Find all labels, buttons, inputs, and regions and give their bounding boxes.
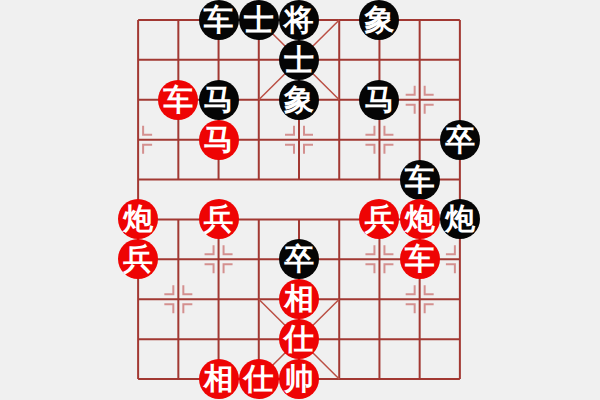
point-r9c7[interactable]	[400, 359, 440, 399]
point-r9c5[interactable]	[319, 359, 359, 399]
point-r6c4[interactable]: 卒	[279, 239, 319, 279]
piece-red-advisor[interactable]: 仕	[279, 319, 319, 359]
point-r8c4[interactable]: 仕	[279, 319, 319, 359]
piece-black-horse[interactable]: 马	[199, 80, 239, 120]
piece-black-general[interactable]: 将	[279, 0, 319, 40]
point-r9c3[interactable]: 仕	[239, 359, 279, 399]
point-r5c2[interactable]: 兵	[198, 200, 238, 240]
point-r2c0[interactable]	[118, 80, 158, 120]
piece-black-horse[interactable]: 马	[359, 80, 399, 120]
point-r4c6[interactable]	[359, 160, 399, 200]
point-r0c0[interactable]	[118, 0, 158, 40]
point-r3c1[interactable]	[158, 120, 198, 160]
piece-red-cannon[interactable]: 炮	[400, 199, 440, 239]
point-r9c6[interactable]	[359, 359, 399, 399]
point-r8c6[interactable]	[359, 319, 399, 359]
piece-black-cannon[interactable]: 炮	[440, 199, 480, 239]
point-r8c3[interactable]	[239, 319, 279, 359]
point-r2c7[interactable]	[400, 80, 440, 120]
piece-black-advisor[interactable]: 士	[239, 0, 279, 40]
point-r0c7[interactable]	[400, 0, 440, 40]
point-r7c5[interactable]	[319, 279, 359, 319]
piece-black-pawn[interactable]: 卒	[440, 120, 480, 160]
point-r4c4[interactable]	[279, 160, 319, 200]
point-r1c0[interactable]	[118, 40, 158, 80]
point-r2c6[interactable]: 马	[359, 80, 399, 120]
piece-red-pawn[interactable]: 兵	[199, 199, 239, 239]
piece-black-chariot[interactable]: 车	[199, 0, 239, 40]
piece-red-chariot[interactable]: 车	[158, 80, 198, 120]
point-r3c6[interactable]	[359, 120, 399, 160]
point-r2c1[interactable]: 车	[158, 80, 198, 120]
point-r1c5[interactable]	[319, 40, 359, 80]
piece-red-elephant[interactable]: 相	[279, 279, 319, 319]
point-r5c5[interactable]	[319, 200, 359, 240]
point-r1c8[interactable]	[440, 40, 480, 80]
point-r3c8[interactable]: 卒	[440, 120, 480, 160]
point-r2c2[interactable]: 马	[198, 80, 238, 120]
point-r4c3[interactable]	[239, 160, 279, 200]
point-r8c7[interactable]	[400, 319, 440, 359]
point-r0c6[interactable]: 象	[359, 0, 399, 40]
point-r8c1[interactable]	[158, 319, 198, 359]
point-r6c2[interactable]	[198, 239, 238, 279]
point-r8c8[interactable]	[440, 319, 480, 359]
point-r0c4[interactable]: 将	[279, 0, 319, 40]
piece-black-elephant[interactable]: 象	[359, 0, 399, 40]
point-r6c0[interactable]: 兵	[118, 239, 158, 279]
point-r3c3[interactable]	[239, 120, 279, 160]
piece-red-pawn[interactable]: 兵	[359, 199, 399, 239]
point-r4c1[interactable]	[158, 160, 198, 200]
piece-black-pawn[interactable]: 卒	[279, 239, 319, 279]
point-r2c3[interactable]	[239, 80, 279, 120]
point-r0c8[interactable]	[440, 0, 480, 40]
point-r5c3[interactable]	[239, 200, 279, 240]
point-r2c4[interactable]: 象	[279, 80, 319, 120]
point-r4c7[interactable]: 车	[400, 160, 440, 200]
point-r8c5[interactable]	[319, 319, 359, 359]
point-r0c2[interactable]: 车	[198, 0, 238, 40]
board-intersections: 车士将象士车马象马马卒车炮兵兵炮炮兵卒车相仕相仕帅	[118, 0, 480, 399]
point-r5c8[interactable]: 炮	[440, 200, 480, 240]
piece-red-pawn[interactable]: 兵	[118, 239, 158, 279]
point-r3c5[interactable]	[319, 120, 359, 160]
point-r0c5[interactable]	[319, 0, 359, 40]
point-r1c6[interactable]	[359, 40, 399, 80]
point-r9c8[interactable]	[440, 359, 480, 399]
point-r3c2[interactable]: 马	[198, 120, 238, 160]
piece-black-chariot[interactable]: 车	[400, 160, 440, 200]
point-r6c3[interactable]	[239, 239, 279, 279]
point-r8c0[interactable]	[118, 319, 158, 359]
piece-red-cannon[interactable]: 炮	[118, 199, 158, 239]
point-r1c2[interactable]	[198, 40, 238, 80]
piece-red-chariot[interactable]: 车	[400, 239, 440, 279]
point-r7c1[interactable]	[158, 279, 198, 319]
xiangqi-board: 车士将象士车马象马马卒车炮兵兵炮炮兵卒车相仕相仕帅	[118, 0, 480, 399]
point-r7c8[interactable]	[440, 279, 480, 319]
point-r5c7[interactable]: 炮	[400, 200, 440, 240]
piece-red-horse[interactable]: 马	[199, 120, 239, 160]
point-r7c7[interactable]	[400, 279, 440, 319]
piece-black-advisor[interactable]: 士	[279, 40, 319, 80]
point-r7c0[interactable]	[118, 279, 158, 319]
point-r6c7[interactable]: 车	[400, 239, 440, 279]
piece-black-elephant[interactable]: 象	[279, 80, 319, 120]
xiangqi-app: 车士将象士车马象马马卒车炮兵兵炮炮兵卒车相仕相仕帅	[0, 0, 600, 400]
point-r3c4[interactable]	[279, 120, 319, 160]
point-r6c6[interactable]	[359, 239, 399, 279]
point-r1c1[interactable]	[158, 40, 198, 80]
point-r4c8[interactable]	[440, 160, 480, 200]
piece-red-elephant[interactable]: 相	[199, 359, 239, 399]
point-r8c2[interactable]	[198, 319, 238, 359]
point-r5c0[interactable]: 炮	[118, 200, 158, 240]
point-r6c5[interactable]	[319, 239, 359, 279]
point-r1c7[interactable]	[400, 40, 440, 80]
point-r9c2[interactable]: 相	[198, 359, 238, 399]
piece-red-general[interactable]: 帅	[279, 359, 319, 399]
point-r0c1[interactable]	[158, 0, 198, 40]
point-r4c0[interactable]	[118, 160, 158, 200]
point-r2c5[interactable]	[319, 80, 359, 120]
piece-red-advisor[interactable]: 仕	[239, 359, 279, 399]
point-r7c6[interactable]	[359, 279, 399, 319]
point-r6c8[interactable]	[440, 239, 480, 279]
point-r3c7[interactable]	[400, 120, 440, 160]
point-r1c3[interactable]	[239, 40, 279, 80]
point-r9c0[interactable]	[118, 359, 158, 399]
point-r6c1[interactable]	[158, 239, 198, 279]
point-r7c3[interactable]	[239, 279, 279, 319]
point-r4c2[interactable]	[198, 160, 238, 200]
point-r3c0[interactable]	[118, 120, 158, 160]
point-r2c8[interactable]	[440, 80, 480, 120]
point-r7c4[interactable]: 相	[279, 279, 319, 319]
point-r7c2[interactable]	[198, 279, 238, 319]
point-r9c4[interactable]: 帅	[279, 359, 319, 399]
point-r0c3[interactable]: 士	[239, 0, 279, 40]
point-r5c6[interactable]: 兵	[359, 200, 399, 240]
point-r4c5[interactable]	[319, 160, 359, 200]
point-r5c4[interactable]	[279, 200, 319, 240]
point-r9c1[interactable]	[158, 359, 198, 399]
point-r1c4[interactable]: 士	[279, 40, 319, 80]
point-r5c1[interactable]	[158, 200, 198, 240]
